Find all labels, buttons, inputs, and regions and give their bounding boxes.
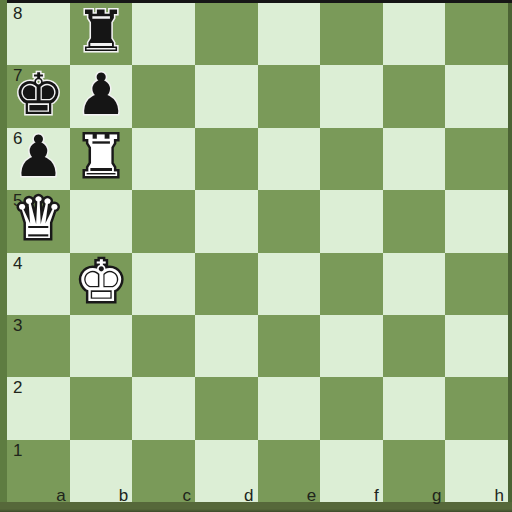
- square-f3[interactable]: [320, 315, 383, 377]
- square-d8[interactable]: [195, 3, 258, 65]
- black-king[interactable]: [7, 65, 70, 127]
- square-d1[interactable]: d: [195, 440, 258, 502]
- white-queen[interactable]: [7, 190, 70, 252]
- square-f2[interactable]: [320, 377, 383, 439]
- square-a5[interactable]: 5: [7, 190, 70, 252]
- file-label-a: a: [56, 487, 65, 504]
- square-c6[interactable]: [132, 128, 195, 190]
- square-a7[interactable]: 7: [7, 65, 70, 127]
- file-label-b: b: [119, 487, 128, 504]
- square-a6[interactable]: 6: [7, 128, 70, 190]
- square-a2[interactable]: 2: [7, 377, 70, 439]
- square-c1[interactable]: c: [132, 440, 195, 502]
- file-label-d: d: [244, 487, 253, 504]
- screen: 87654321abcdefgh: [0, 0, 512, 512]
- file-label-h: h: [495, 487, 504, 504]
- file-label-e: e: [307, 487, 316, 504]
- square-h7[interactable]: [445, 65, 508, 127]
- square-g6[interactable]: [383, 128, 446, 190]
- square-b8[interactable]: [70, 3, 133, 65]
- square-d7[interactable]: [195, 65, 258, 127]
- square-h8[interactable]: [445, 3, 508, 65]
- square-h5[interactable]: [445, 190, 508, 252]
- square-g4[interactable]: [383, 253, 446, 315]
- square-a4[interactable]: 4: [7, 253, 70, 315]
- square-b3[interactable]: [70, 315, 133, 377]
- square-h4[interactable]: [445, 253, 508, 315]
- square-e6[interactable]: [258, 128, 321, 190]
- square-f1[interactable]: f: [320, 440, 383, 502]
- square-e7[interactable]: [258, 65, 321, 127]
- square-c2[interactable]: [132, 377, 195, 439]
- square-h1[interactable]: h: [445, 440, 508, 502]
- board-bottom-edge: [0, 502, 512, 512]
- square-g1[interactable]: g: [383, 440, 446, 502]
- square-b7[interactable]: [70, 65, 133, 127]
- square-b1[interactable]: b: [70, 440, 133, 502]
- square-d6[interactable]: [195, 128, 258, 190]
- square-d5[interactable]: [195, 190, 258, 252]
- square-f7[interactable]: [320, 65, 383, 127]
- square-c5[interactable]: [132, 190, 195, 252]
- square-f5[interactable]: [320, 190, 383, 252]
- square-b6[interactable]: [70, 128, 133, 190]
- square-c8[interactable]: [132, 3, 195, 65]
- square-g5[interactable]: [383, 190, 446, 252]
- square-g2[interactable]: [383, 377, 446, 439]
- board-left-edge: [0, 0, 7, 512]
- rank-label-3: 3: [13, 317, 22, 334]
- square-e8[interactable]: [258, 3, 321, 65]
- file-label-f: f: [374, 487, 379, 504]
- file-label-c: c: [182, 487, 191, 504]
- white-king[interactable]: [70, 253, 133, 315]
- board-right-edge: [508, 3, 512, 512]
- square-a8[interactable]: 8: [7, 3, 70, 65]
- square-d2[interactable]: [195, 377, 258, 439]
- square-f4[interactable]: [320, 253, 383, 315]
- square-e2[interactable]: [258, 377, 321, 439]
- rank-label-8: 8: [13, 5, 22, 22]
- square-c7[interactable]: [132, 65, 195, 127]
- black-pawn[interactable]: [70, 65, 133, 127]
- square-c4[interactable]: [132, 253, 195, 315]
- square-f6[interactable]: [320, 128, 383, 190]
- rank-label-1: 1: [13, 442, 22, 459]
- square-e4[interactable]: [258, 253, 321, 315]
- square-e1[interactable]: e: [258, 440, 321, 502]
- rank-label-2: 2: [13, 379, 22, 396]
- square-g8[interactable]: [383, 3, 446, 65]
- square-e3[interactable]: [258, 315, 321, 377]
- square-b4[interactable]: [70, 253, 133, 315]
- square-e5[interactable]: [258, 190, 321, 252]
- square-a1[interactable]: 1a: [7, 440, 70, 502]
- square-h2[interactable]: [445, 377, 508, 439]
- square-f8[interactable]: [320, 3, 383, 65]
- black-pawn[interactable]: [7, 128, 70, 190]
- square-g7[interactable]: [383, 65, 446, 127]
- square-h3[interactable]: [445, 315, 508, 377]
- square-d4[interactable]: [195, 253, 258, 315]
- file-label-g: g: [432, 487, 441, 504]
- square-c3[interactable]: [132, 315, 195, 377]
- rank-label-4: 4: [13, 255, 22, 272]
- square-b2[interactable]: [70, 377, 133, 439]
- square-a3[interactable]: 3: [7, 315, 70, 377]
- square-g3[interactable]: [383, 315, 446, 377]
- square-b5[interactable]: [70, 190, 133, 252]
- black-rook[interactable]: [70, 3, 133, 65]
- square-h6[interactable]: [445, 128, 508, 190]
- white-rook[interactable]: [70, 128, 133, 190]
- square-d3[interactable]: [195, 315, 258, 377]
- chess-board: 87654321abcdefgh: [7, 3, 508, 502]
